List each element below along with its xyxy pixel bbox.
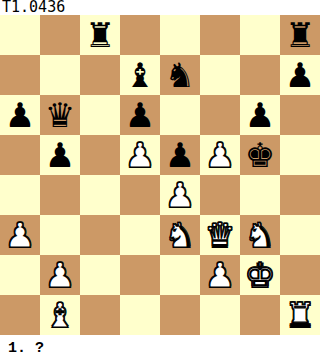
black-rook-c8[interactable]: ♜ xyxy=(85,15,115,55)
puzzle-page: T1.0436 ♜♜♝♞♟♟♛♟♟♟♟♟♟♚♟♟♞♛♞♟♟♚♝♜ 1. ? xyxy=(0,0,320,360)
square-g8[interactable] xyxy=(240,15,280,55)
square-d2[interactable] xyxy=(120,255,160,295)
white-pawn-d5[interactable]: ♟ xyxy=(125,135,155,175)
black-queen-b6[interactable]: ♛ xyxy=(45,95,75,135)
square-a1[interactable] xyxy=(0,295,40,335)
square-g6[interactable]: ♟ xyxy=(240,95,280,135)
square-h1[interactable]: ♜ xyxy=(280,295,320,335)
black-pawn-e5[interactable]: ♟ xyxy=(165,135,195,175)
chess-board: ♜♜♝♞♟♟♛♟♟♟♟♟♟♚♟♟♞♛♞♟♟♚♝♜ xyxy=(0,15,320,335)
white-bishop-b1[interactable]: ♝ xyxy=(45,295,75,335)
square-b5[interactable]: ♟ xyxy=(40,135,80,175)
square-f1[interactable] xyxy=(200,295,240,335)
square-f6[interactable] xyxy=(200,95,240,135)
white-queen-f3[interactable]: ♛ xyxy=(205,215,235,255)
square-c7[interactable] xyxy=(80,55,120,95)
square-f5[interactable]: ♟ xyxy=(200,135,240,175)
black-pawn-d6[interactable]: ♟ xyxy=(125,95,155,135)
white-king-g2[interactable]: ♚ xyxy=(245,255,275,295)
square-h3[interactable] xyxy=(280,215,320,255)
square-e5[interactable]: ♟ xyxy=(160,135,200,175)
square-g1[interactable] xyxy=(240,295,280,335)
square-c1[interactable] xyxy=(80,295,120,335)
square-c2[interactable] xyxy=(80,255,120,295)
square-g4[interactable] xyxy=(240,175,280,215)
square-d8[interactable] xyxy=(120,15,160,55)
square-e2[interactable] xyxy=(160,255,200,295)
square-f3[interactable]: ♛ xyxy=(200,215,240,255)
square-e4[interactable]: ♟ xyxy=(160,175,200,215)
square-e1[interactable] xyxy=(160,295,200,335)
white-pawn-f5[interactable]: ♟ xyxy=(205,135,235,175)
square-f2[interactable]: ♟ xyxy=(200,255,240,295)
black-king-g5[interactable]: ♚ xyxy=(245,135,275,175)
square-b2[interactable]: ♟ xyxy=(40,255,80,295)
black-rook-h8[interactable]: ♜ xyxy=(285,15,315,55)
square-a6[interactable]: ♟ xyxy=(0,95,40,135)
white-rook-h1[interactable]: ♜ xyxy=(285,295,315,335)
white-pawn-b2[interactable]: ♟ xyxy=(45,255,75,295)
square-c8[interactable]: ♜ xyxy=(80,15,120,55)
white-knight-g3[interactable]: ♞ xyxy=(245,215,275,255)
puzzle-id-label: T1.0436 xyxy=(0,0,320,15)
square-d6[interactable]: ♟ xyxy=(120,95,160,135)
square-a8[interactable] xyxy=(0,15,40,55)
square-e6[interactable] xyxy=(160,95,200,135)
square-a5[interactable] xyxy=(0,135,40,175)
black-pawn-g6[interactable]: ♟ xyxy=(245,95,275,135)
square-g5[interactable]: ♚ xyxy=(240,135,280,175)
black-pawn-h7[interactable]: ♟ xyxy=(285,55,315,95)
square-h5[interactable] xyxy=(280,135,320,175)
square-f8[interactable] xyxy=(200,15,240,55)
square-a2[interactable] xyxy=(0,255,40,295)
square-f4[interactable] xyxy=(200,175,240,215)
square-c6[interactable] xyxy=(80,95,120,135)
square-h8[interactable]: ♜ xyxy=(280,15,320,55)
square-d3[interactable] xyxy=(120,215,160,255)
white-pawn-a3[interactable]: ♟ xyxy=(5,215,35,255)
black-knight-e7[interactable]: ♞ xyxy=(165,55,195,95)
square-g3[interactable]: ♞ xyxy=(240,215,280,255)
square-e7[interactable]: ♞ xyxy=(160,55,200,95)
square-e8[interactable] xyxy=(160,15,200,55)
square-d7[interactable]: ♝ xyxy=(120,55,160,95)
square-h7[interactable]: ♟ xyxy=(280,55,320,95)
square-d4[interactable] xyxy=(120,175,160,215)
square-e3[interactable]: ♞ xyxy=(160,215,200,255)
square-a7[interactable] xyxy=(0,55,40,95)
square-b7[interactable] xyxy=(40,55,80,95)
square-c5[interactable] xyxy=(80,135,120,175)
square-b3[interactable] xyxy=(40,215,80,255)
square-d5[interactable]: ♟ xyxy=(120,135,160,175)
move-prompt: 1. ? xyxy=(0,335,320,360)
square-c3[interactable] xyxy=(80,215,120,255)
square-g7[interactable] xyxy=(240,55,280,95)
square-d1[interactable] xyxy=(120,295,160,335)
square-c4[interactable] xyxy=(80,175,120,215)
white-knight-e3[interactable]: ♞ xyxy=(165,215,195,255)
square-h2[interactable] xyxy=(280,255,320,295)
square-a3[interactable]: ♟ xyxy=(0,215,40,255)
square-f7[interactable] xyxy=(200,55,240,95)
square-g2[interactable]: ♚ xyxy=(240,255,280,295)
square-b4[interactable] xyxy=(40,175,80,215)
black-bishop-d7[interactable]: ♝ xyxy=(125,55,155,95)
white-pawn-e4[interactable]: ♟ xyxy=(165,175,195,215)
square-h4[interactable] xyxy=(280,175,320,215)
black-pawn-a6[interactable]: ♟ xyxy=(5,95,35,135)
square-b1[interactable]: ♝ xyxy=(40,295,80,335)
square-a4[interactable] xyxy=(0,175,40,215)
white-pawn-f2[interactable]: ♟ xyxy=(205,255,235,295)
square-b6[interactable]: ♛ xyxy=(40,95,80,135)
square-b8[interactable] xyxy=(40,15,80,55)
square-h6[interactable] xyxy=(280,95,320,135)
black-pawn-b5[interactable]: ♟ xyxy=(45,135,75,175)
